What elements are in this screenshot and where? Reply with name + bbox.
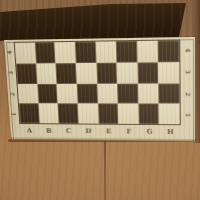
square-e2 — [97, 83, 118, 103]
square-e1 — [98, 104, 119, 124]
file-label-c: C — [58, 124, 78, 136]
squares-grid — [14, 39, 181, 125]
file-label-d: D — [78, 124, 99, 137]
square-g2 — [138, 83, 159, 104]
rank-label-right-3: 3 — [177, 65, 199, 79]
square-c3 — [56, 63, 77, 84]
file-label-a: A — [19, 124, 39, 136]
square-e4 — [95, 41, 116, 62]
square-d2 — [77, 83, 98, 103]
chess-board: ABCDEFGH 4321 4321 — [4, 37, 195, 143]
square-f2 — [117, 83, 138, 104]
square-d4 — [75, 42, 96, 63]
square-f3 — [116, 62, 137, 83]
square-d3 — [76, 63, 97, 84]
square-f4 — [116, 41, 137, 62]
file-label-h: H — [160, 125, 181, 138]
file-label-b: B — [39, 124, 59, 136]
rank-label-right-4: 4 — [177, 43, 199, 58]
square-b2 — [37, 83, 58, 103]
file-labels-strip: ABCDEFGH — [19, 124, 181, 138]
file-label-g: G — [139, 125, 160, 138]
square-g3 — [137, 62, 158, 83]
square-c2 — [57, 83, 78, 103]
file-label-f: F — [119, 125, 140, 138]
rank-label-right-1: 1 — [177, 108, 199, 122]
square-d1 — [78, 104, 99, 124]
file-label-e: E — [98, 125, 119, 138]
square-f1 — [118, 104, 139, 124]
rank-label-left-4: 4 — [0, 47, 20, 57]
square-e3 — [96, 62, 117, 83]
rank-label-right-2: 2 — [177, 87, 199, 101]
square-g4 — [137, 41, 158, 63]
square-b3 — [36, 63, 57, 84]
square-c4 — [54, 42, 75, 63]
rank-label-left-2: 2 — [2, 89, 23, 99]
rank-labels-right: 4321 — [180, 39, 195, 125]
table-plank-seam — [104, 140, 106, 200]
rank-label-left-1: 1 — [4, 109, 24, 119]
square-g1 — [138, 104, 159, 124]
square-b1 — [38, 104, 59, 124]
square-c1 — [58, 104, 79, 124]
rank-label-left-3: 3 — [1, 68, 22, 78]
square-b4 — [34, 42, 55, 63]
chessboard-photo: ABCDEFGH 4321 4321 — [0, 0, 200, 200]
